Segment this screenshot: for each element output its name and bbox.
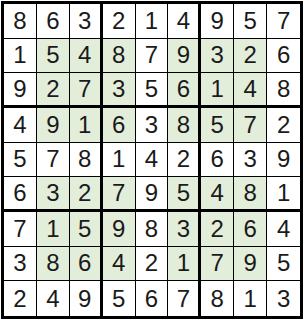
cell-r8c9[interactable]: 5 (267, 247, 300, 282)
cell-r7c8[interactable]: 6 (234, 212, 267, 247)
cell-r8c2[interactable]: 8 (37, 247, 70, 282)
cell-r3c3[interactable]: 7 (70, 73, 103, 108)
cell-r2c6[interactable]: 9 (168, 39, 201, 74)
cell-r5c1[interactable]: 5 (4, 143, 37, 178)
cell-r6c7[interactable]: 4 (201, 177, 234, 212)
cell-r8c1[interactable]: 3 (4, 247, 37, 282)
cell-r3c1[interactable]: 9 (4, 73, 37, 108)
cell-r8c7[interactable]: 7 (201, 247, 234, 282)
cell-r4c7[interactable]: 5 (201, 108, 234, 143)
cell-r2c9[interactable]: 6 (267, 39, 300, 74)
cell-r9c4[interactable]: 5 (103, 281, 136, 316)
cell-r4c6[interactable]: 8 (168, 108, 201, 143)
cell-r8c6[interactable]: 1 (168, 247, 201, 282)
cell-r2c1[interactable]: 1 (4, 39, 37, 74)
cell-r6c5[interactable]: 9 (136, 177, 169, 212)
cell-r1c5[interactable]: 1 (136, 4, 169, 39)
cell-r4c5[interactable]: 3 (136, 108, 169, 143)
cell-r7c3[interactable]: 5 (70, 212, 103, 247)
cell-r1c8[interactable]: 5 (234, 4, 267, 39)
cell-r4c4[interactable]: 6 (103, 108, 136, 143)
cell-r1c7[interactable]: 9 (201, 4, 234, 39)
cell-r1c1[interactable]: 8 (4, 4, 37, 39)
cell-r3c9[interactable]: 8 (267, 73, 300, 108)
cell-r2c5[interactable]: 7 (136, 39, 169, 74)
cell-r7c7[interactable]: 2 (201, 212, 234, 247)
cell-r8c8[interactable]: 9 (234, 247, 267, 282)
cell-r9c6[interactable]: 7 (168, 281, 201, 316)
cell-r4c1[interactable]: 4 (4, 108, 37, 143)
cell-r6c2[interactable]: 3 (37, 177, 70, 212)
cell-r9c5[interactable]: 6 (136, 281, 169, 316)
cell-r7c5[interactable]: 8 (136, 212, 169, 247)
cell-r9c8[interactable]: 1 (234, 281, 267, 316)
cell-r2c4[interactable]: 8 (103, 39, 136, 74)
cell-r5c2[interactable]: 7 (37, 143, 70, 178)
cell-r4c3[interactable]: 1 (70, 108, 103, 143)
cell-r3c8[interactable]: 4 (234, 73, 267, 108)
cell-r2c8[interactable]: 2 (234, 39, 267, 74)
cell-r4c9[interactable]: 2 (267, 108, 300, 143)
cell-r2c7[interactable]: 3 (201, 39, 234, 74)
cell-r5c5[interactable]: 4 (136, 143, 169, 178)
cell-r6c8[interactable]: 8 (234, 177, 267, 212)
cell-r8c5[interactable]: 2 (136, 247, 169, 282)
cell-r5c3[interactable]: 8 (70, 143, 103, 178)
cell-r9c2[interactable]: 4 (37, 281, 70, 316)
cell-r6c4[interactable]: 7 (103, 177, 136, 212)
sudoku-board: 8632149571548793269273561484916385725781… (1, 1, 303, 319)
cell-r4c2[interactable]: 9 (37, 108, 70, 143)
cell-r5c9[interactable]: 9 (267, 143, 300, 178)
cell-r9c3[interactable]: 9 (70, 281, 103, 316)
cell-r7c6[interactable]: 3 (168, 212, 201, 247)
cell-r6c9[interactable]: 1 (267, 177, 300, 212)
cell-r5c6[interactable]: 2 (168, 143, 201, 178)
cell-r9c7[interactable]: 8 (201, 281, 234, 316)
cell-r6c6[interactable]: 5 (168, 177, 201, 212)
cell-r8c4[interactable]: 4 (103, 247, 136, 282)
cell-r3c4[interactable]: 3 (103, 73, 136, 108)
cell-r6c3[interactable]: 2 (70, 177, 103, 212)
cell-r1c4[interactable]: 2 (103, 4, 136, 39)
cell-r7c9[interactable]: 4 (267, 212, 300, 247)
cell-r1c9[interactable]: 7 (267, 4, 300, 39)
cell-r9c1[interactable]: 2 (4, 281, 37, 316)
cell-r1c6[interactable]: 4 (168, 4, 201, 39)
cell-r5c8[interactable]: 3 (234, 143, 267, 178)
cell-r4c8[interactable]: 7 (234, 108, 267, 143)
cell-r7c4[interactable]: 9 (103, 212, 136, 247)
cell-r6c1[interactable]: 6 (4, 177, 37, 212)
cell-r2c2[interactable]: 5 (37, 39, 70, 74)
cell-r7c2[interactable]: 1 (37, 212, 70, 247)
cell-r3c6[interactable]: 6 (168, 73, 201, 108)
cell-r8c3[interactable]: 6 (70, 247, 103, 282)
cell-r3c2[interactable]: 2 (37, 73, 70, 108)
cell-r9c9[interactable]: 3 (267, 281, 300, 316)
cell-r1c2[interactable]: 6 (37, 4, 70, 39)
cell-r5c7[interactable]: 6 (201, 143, 234, 178)
cell-r3c5[interactable]: 5 (136, 73, 169, 108)
cell-r5c4[interactable]: 1 (103, 143, 136, 178)
cell-r3c7[interactable]: 1 (201, 73, 234, 108)
cell-r7c1[interactable]: 7 (4, 212, 37, 247)
cell-r2c3[interactable]: 4 (70, 39, 103, 74)
cell-r1c3[interactable]: 3 (70, 4, 103, 39)
